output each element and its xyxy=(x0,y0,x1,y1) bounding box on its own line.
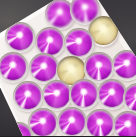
rivoli-stone-purple xyxy=(44,82,70,108)
rivoli-stone-purple xyxy=(86,54,112,80)
rivoli-stone-purple xyxy=(47,1,73,27)
rivoli-stone-purple xyxy=(87,111,113,137)
rivoli-stone-purple xyxy=(71,81,97,107)
rivoli-stone-purple xyxy=(115,113,136,137)
rivoli-stone-purple xyxy=(15,83,41,109)
rivoli-stone-purple xyxy=(99,81,125,107)
rivoli-stone-purple xyxy=(0,54,26,80)
rivoli-stone-purple xyxy=(37,29,63,55)
rivoli-stone-purple xyxy=(59,109,85,135)
photo-rhinestone-tray xyxy=(0,0,136,136)
rivoli-stone-purple xyxy=(30,110,56,136)
rivoli-stone-purple xyxy=(31,55,57,81)
rivoli-stone-purple xyxy=(66,30,92,56)
rivoli-stone-purple xyxy=(114,52,136,78)
rivoli-stone-purple xyxy=(7,24,33,50)
